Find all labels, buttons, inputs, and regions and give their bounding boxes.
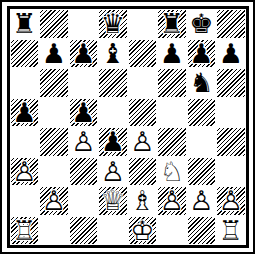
black-pawn-h7: ♟	[216, 39, 246, 69]
square-g4[interactable]	[187, 127, 217, 157]
square-c8[interactable]	[69, 9, 99, 39]
square-d2[interactable]: ♛♕	[98, 186, 128, 216]
square-a6[interactable]	[10, 68, 40, 98]
black-pawn-b7: ♟	[39, 39, 69, 69]
square-e3[interactable]	[128, 157, 158, 187]
piece-outline: ♔	[130, 217, 154, 244]
square-g3[interactable]	[187, 157, 217, 187]
square-f8[interactable]: ♜	[157, 9, 187, 39]
square-b5[interactable]	[39, 98, 69, 128]
white-queen-d2: ♛♕	[98, 186, 128, 216]
black-queen-d8: ♛	[98, 9, 128, 39]
square-e1[interactable]: ♚♔	[128, 216, 158, 246]
square-d4[interactable]: ♟	[98, 127, 128, 157]
square-f2[interactable]: ♟♙	[157, 186, 187, 216]
square-f1[interactable]	[157, 216, 187, 246]
white-king-e1: ♚♔	[128, 216, 158, 246]
square-b1[interactable]	[39, 216, 69, 246]
piece-outline: ♙	[42, 187, 66, 214]
black-pawn-d4: ♟	[98, 127, 128, 157]
black-rook-f8: ♜	[157, 9, 187, 39]
black-pawn-f7: ♟	[157, 39, 187, 69]
white-pawn-e4: ♟♙	[128, 127, 158, 157]
square-c7[interactable]: ♟	[69, 39, 99, 69]
square-a8[interactable]: ♜	[10, 9, 40, 39]
square-a7[interactable]	[10, 39, 40, 69]
square-a4[interactable]	[10, 127, 40, 157]
black-king-g8: ♚	[187, 9, 217, 39]
square-f6[interactable]	[157, 68, 187, 98]
square-a2[interactable]	[10, 186, 40, 216]
square-h2[interactable]: ♟♙	[216, 186, 246, 216]
black-pawn-c5: ♟	[69, 98, 99, 128]
square-b4[interactable]	[39, 127, 69, 157]
white-rook-h1: ♜♖	[216, 216, 246, 246]
square-d1[interactable]	[98, 216, 128, 246]
piece-outline: ♙	[130, 128, 154, 155]
square-h1[interactable]: ♜♖	[216, 216, 246, 246]
square-d5[interactable]	[98, 98, 128, 128]
board-frame: ♜♛♜♚♟♟♝♟♟♟♞♟♟♟♙♟♟♙♟♙♟♙♞♘♟♙♛♕♝♗♟♙♟♙♟♙♜♖♚♔…	[0, 0, 255, 254]
square-c1[interactable]	[69, 216, 99, 246]
piece-outline: ♙	[101, 158, 125, 185]
white-pawn-f2: ♟♙	[157, 186, 187, 216]
square-f4[interactable]	[157, 127, 187, 157]
piece-outline: ♗	[130, 187, 154, 214]
black-pawn-g7: ♟	[187, 39, 217, 69]
square-e6[interactable]	[128, 68, 158, 98]
square-d8[interactable]: ♛	[98, 9, 128, 39]
piece-outline: ♙	[12, 158, 36, 185]
piece-outline: ♘	[160, 158, 184, 185]
square-f3[interactable]: ♞♘	[157, 157, 187, 187]
white-pawn-a3: ♟♙	[10, 157, 40, 187]
square-h7[interactable]: ♟	[216, 39, 246, 69]
square-c6[interactable]	[69, 68, 99, 98]
square-d3[interactable]: ♟♙	[98, 157, 128, 187]
square-c2[interactable]	[69, 186, 99, 216]
black-pawn-a5: ♟	[10, 98, 40, 128]
square-g8[interactable]: ♚	[187, 9, 217, 39]
square-h4[interactable]	[216, 127, 246, 157]
white-pawn-g2: ♟♙	[187, 186, 217, 216]
piece-outline: ♕	[101, 187, 125, 214]
white-rook-a1: ♜♖	[10, 216, 40, 246]
square-a3[interactable]: ♟♙	[10, 157, 40, 187]
square-b7[interactable]: ♟	[39, 39, 69, 69]
square-h3[interactable]	[216, 157, 246, 187]
chess-board: ♜♛♜♚♟♟♝♟♟♟♞♟♟♟♙♟♟♙♟♙♟♙♞♘♟♙♛♕♝♗♟♙♟♙♟♙♜♖♚♔…	[7, 6, 249, 248]
piece-outline: ♙	[189, 187, 213, 214]
white-pawn-h2: ♟♙	[216, 186, 246, 216]
square-h8[interactable]	[216, 9, 246, 39]
square-e2[interactable]: ♝♗	[128, 186, 158, 216]
black-knight-g6: ♞	[187, 68, 217, 98]
square-d7[interactable]: ♝	[98, 39, 128, 69]
white-pawn-c4: ♟♙	[69, 127, 99, 157]
black-pawn-c7: ♟	[69, 39, 99, 69]
square-b2[interactable]: ♟♙	[39, 186, 69, 216]
square-b8[interactable]	[39, 9, 69, 39]
square-e8[interactable]	[128, 9, 158, 39]
piece-outline: ♖	[219, 217, 243, 244]
piece-outline: ♖	[12, 217, 36, 244]
square-f7[interactable]: ♟	[157, 39, 187, 69]
square-g7[interactable]: ♟	[187, 39, 217, 69]
black-rook-a8: ♜	[10, 9, 40, 39]
square-e7[interactable]	[128, 39, 158, 69]
piece-outline: ♙	[219, 187, 243, 214]
square-f5[interactable]	[157, 98, 187, 128]
square-g2[interactable]: ♟♙	[187, 186, 217, 216]
square-e5[interactable]	[128, 98, 158, 128]
square-d6[interactable]	[98, 68, 128, 98]
square-g1[interactable]	[187, 216, 217, 246]
white-pawn-b2: ♟♙	[39, 186, 69, 216]
white-pawn-d3: ♟♙	[98, 157, 128, 187]
piece-outline: ♙	[160, 187, 184, 214]
white-bishop-e2: ♝♗	[128, 186, 158, 216]
square-g5[interactable]	[187, 98, 217, 128]
black-bishop-d7: ♝	[98, 39, 128, 69]
square-e4[interactable]: ♟♙	[128, 127, 158, 157]
square-a1[interactable]: ♜♖	[10, 216, 40, 246]
square-c3[interactable]	[69, 157, 99, 187]
square-b3[interactable]	[39, 157, 69, 187]
square-c4[interactable]: ♟♙	[69, 127, 99, 157]
square-b6[interactable]	[39, 68, 69, 98]
square-c5[interactable]: ♟	[69, 98, 99, 128]
square-h5[interactable]	[216, 98, 246, 128]
square-h6[interactable]	[216, 68, 246, 98]
white-knight-f3: ♞♘	[157, 157, 187, 187]
square-g6[interactable]: ♞	[187, 68, 217, 98]
piece-outline: ♙	[71, 128, 95, 155]
square-a5[interactable]: ♟	[10, 98, 40, 128]
